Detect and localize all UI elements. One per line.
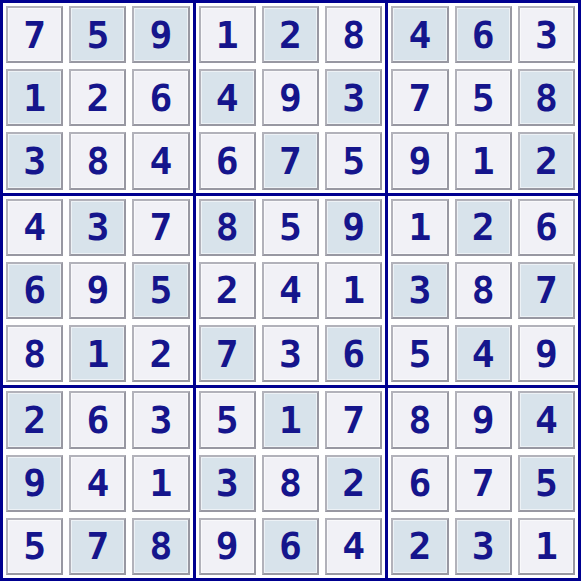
sudoku-cell-r6c2-given[interactable]: 1 bbox=[69, 325, 126, 382]
sudoku-cell-r9c7-given[interactable]: 2 bbox=[391, 518, 448, 575]
sudoku-cell-r1c5-given[interactable]: 2 bbox=[262, 6, 319, 63]
sudoku-cell-r8c3-solved[interactable]: 1 bbox=[132, 455, 189, 512]
sudoku-cell-r5c2-solved[interactable]: 9 bbox=[69, 262, 126, 319]
sudoku-cell-r7c4-solved[interactable]: 5 bbox=[199, 391, 256, 448]
sudoku-cell-r8c6-given[interactable]: 2 bbox=[325, 455, 382, 512]
sudoku-cell-r9c1-solved[interactable]: 5 bbox=[6, 518, 63, 575]
sudoku-cell-r7c9-given[interactable]: 4 bbox=[518, 391, 575, 448]
sudoku-cell-r6c1-solved[interactable]: 8 bbox=[6, 325, 63, 382]
sudoku-cell-r1c3-given[interactable]: 9 bbox=[132, 6, 189, 63]
sudoku-cell-r1c4-solved[interactable]: 1 bbox=[199, 6, 256, 63]
sudoku-cell-r2c4-given[interactable]: 4 bbox=[199, 69, 256, 126]
sudoku-cell-r7c8-solved[interactable]: 9 bbox=[455, 391, 512, 448]
sudoku-cell-r3c1-given[interactable]: 3 bbox=[6, 132, 63, 189]
sudoku-cell-r6c6-given[interactable]: 6 bbox=[325, 325, 382, 382]
sudoku-cell-r8c8-solved[interactable]: 7 bbox=[455, 455, 512, 512]
sudoku-block-9: 894675231 bbox=[388, 388, 578, 578]
sudoku-cell-r9c2-given[interactable]: 7 bbox=[69, 518, 126, 575]
sudoku-block-1: 759126384 bbox=[3, 3, 193, 193]
sudoku-cell-r6c3-solved[interactable]: 2 bbox=[132, 325, 189, 382]
sudoku-block-2: 128493675 bbox=[196, 3, 386, 193]
sudoku-cell-r4c6-given[interactable]: 9 bbox=[325, 199, 382, 256]
sudoku-cell-r7c2-solved[interactable]: 6 bbox=[69, 391, 126, 448]
sudoku-cell-r9c3-given[interactable]: 8 bbox=[132, 518, 189, 575]
sudoku-cell-r5c7-given[interactable]: 3 bbox=[391, 262, 448, 319]
sudoku-cell-r7c6-solved[interactable]: 7 bbox=[325, 391, 382, 448]
sudoku-cell-r4c9-solved[interactable]: 6 bbox=[518, 199, 575, 256]
sudoku-cell-r8c5-solved[interactable]: 8 bbox=[262, 455, 319, 512]
sudoku-cell-r3c9-given[interactable]: 2 bbox=[518, 132, 575, 189]
sudoku-cell-r8c9-given[interactable]: 5 bbox=[518, 455, 575, 512]
sudoku-cell-r5c8-solved[interactable]: 8 bbox=[455, 262, 512, 319]
sudoku-block-7: 263941578 bbox=[3, 388, 193, 578]
sudoku-cell-r4c7-solved[interactable]: 1 bbox=[391, 199, 448, 256]
sudoku-cell-r4c2-given[interactable]: 3 bbox=[69, 199, 126, 256]
sudoku-cell-r8c4-given[interactable]: 3 bbox=[199, 455, 256, 512]
sudoku-cell-r6c9-solved[interactable]: 9 bbox=[518, 325, 575, 382]
sudoku-cell-r5c9-given[interactable]: 7 bbox=[518, 262, 575, 319]
sudoku-cell-r3c3-solved[interactable]: 4 bbox=[132, 132, 189, 189]
sudoku-cell-r1c1-solved[interactable]: 7 bbox=[6, 6, 63, 63]
sudoku-cell-r2c8-solved[interactable]: 5 bbox=[455, 69, 512, 126]
sudoku-cell-r9c5-given[interactable]: 6 bbox=[262, 518, 319, 575]
sudoku-block-5: 859241736 bbox=[196, 196, 386, 386]
sudoku-cell-r8c1-given[interactable]: 9 bbox=[6, 455, 63, 512]
sudoku-block-6: 126387549 bbox=[388, 196, 578, 386]
sudoku-cell-r1c6-solved[interactable]: 8 bbox=[325, 6, 382, 63]
sudoku-cell-r9c6-solved[interactable]: 4 bbox=[325, 518, 382, 575]
sudoku-cell-r4c4-given[interactable]: 8 bbox=[199, 199, 256, 256]
sudoku-cell-r8c2-solved[interactable]: 4 bbox=[69, 455, 126, 512]
sudoku-cell-r2c1-given[interactable]: 1 bbox=[6, 69, 63, 126]
sudoku-cell-r9c8-given[interactable]: 3 bbox=[455, 518, 512, 575]
sudoku-cell-r1c9-solved[interactable]: 3 bbox=[518, 6, 575, 63]
sudoku-board: 7591263841284936754637589124376958128592… bbox=[0, 0, 581, 581]
sudoku-cell-r3c8-solved[interactable]: 1 bbox=[455, 132, 512, 189]
sudoku-cell-r3c6-solved[interactable]: 5 bbox=[325, 132, 382, 189]
sudoku-cell-r5c3-given[interactable]: 5 bbox=[132, 262, 189, 319]
sudoku-cell-r6c5-solved[interactable]: 3 bbox=[262, 325, 319, 382]
sudoku-cell-r7c3-solved[interactable]: 3 bbox=[132, 391, 189, 448]
sudoku-block-4: 437695812 bbox=[3, 196, 193, 386]
sudoku-cell-r2c5-solved[interactable]: 9 bbox=[262, 69, 319, 126]
sudoku-cell-r1c8-given[interactable]: 6 bbox=[455, 6, 512, 63]
sudoku-cell-r1c7-given[interactable]: 4 bbox=[391, 6, 448, 63]
sudoku-cell-r9c4-solved[interactable]: 9 bbox=[199, 518, 256, 575]
sudoku-cell-r5c5-solved[interactable]: 4 bbox=[262, 262, 319, 319]
sudoku-cell-r7c7-solved[interactable]: 8 bbox=[391, 391, 448, 448]
sudoku-cell-r5c1-given[interactable]: 6 bbox=[6, 262, 63, 319]
sudoku-cell-r3c2-solved[interactable]: 8 bbox=[69, 132, 126, 189]
sudoku-cell-r2c9-given[interactable]: 8 bbox=[518, 69, 575, 126]
sudoku-cell-r3c4-solved[interactable]: 6 bbox=[199, 132, 256, 189]
sudoku-cell-r4c5-solved[interactable]: 5 bbox=[262, 199, 319, 256]
sudoku-cell-r7c5-given[interactable]: 1 bbox=[262, 391, 319, 448]
sudoku-cell-r1c2-given[interactable]: 5 bbox=[69, 6, 126, 63]
sudoku-cell-r2c6-given[interactable]: 3 bbox=[325, 69, 382, 126]
sudoku-cell-r2c3-solved[interactable]: 6 bbox=[132, 69, 189, 126]
sudoku-cell-r8c7-solved[interactable]: 6 bbox=[391, 455, 448, 512]
sudoku-block-8: 517382964 bbox=[196, 388, 386, 578]
sudoku-cell-r7c1-given[interactable]: 2 bbox=[6, 391, 63, 448]
sudoku-cell-r3c5-given[interactable]: 7 bbox=[262, 132, 319, 189]
sudoku-cell-r5c4-solved[interactable]: 2 bbox=[199, 262, 256, 319]
sudoku-cell-r5c6-solved[interactable]: 1 bbox=[325, 262, 382, 319]
sudoku-cell-r9c9-solved[interactable]: 1 bbox=[518, 518, 575, 575]
sudoku-cell-r6c4-given[interactable]: 7 bbox=[199, 325, 256, 382]
sudoku-cell-r6c8-given[interactable]: 4 bbox=[455, 325, 512, 382]
sudoku-cell-r4c3-solved[interactable]: 7 bbox=[132, 199, 189, 256]
sudoku-cell-r4c8-given[interactable]: 2 bbox=[455, 199, 512, 256]
sudoku-block-3: 463758912 bbox=[388, 3, 578, 193]
sudoku-cell-r2c2-solved[interactable]: 2 bbox=[69, 69, 126, 126]
sudoku-cell-r3c7-solved[interactable]: 9 bbox=[391, 132, 448, 189]
sudoku-cell-r4c1-solved[interactable]: 4 bbox=[6, 199, 63, 256]
sudoku-cell-r2c7-solved[interactable]: 7 bbox=[391, 69, 448, 126]
sudoku-cell-r6c7-solved[interactable]: 5 bbox=[391, 325, 448, 382]
